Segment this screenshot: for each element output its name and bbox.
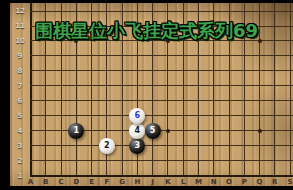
col-label-F: F — [100, 178, 114, 186]
col-label-M: M — [191, 178, 205, 186]
row-label-8: 8 — [12, 67, 28, 75]
stone-black-3: 3 — [129, 138, 145, 154]
star-point-Q4 — [258, 129, 262, 133]
video-frame: 121110987654321ABCDEFGHJKLMNOPQRS123456 … — [0, 0, 293, 190]
star-point-K4 — [166, 129, 170, 133]
row-label-9: 9 — [12, 52, 28, 60]
stone-black-5: 5 — [145, 123, 161, 139]
grid-hline-5 — [30, 115, 293, 116]
row-label-2: 2 — [12, 157, 28, 165]
col-label-Q: Q — [253, 178, 267, 186]
col-label-N: N — [207, 178, 221, 186]
col-label-H: H — [130, 178, 144, 186]
stone-white-2: 2 — [99, 138, 115, 154]
col-label-O: O — [222, 178, 236, 186]
col-label-R: R — [268, 178, 282, 186]
row-label-7: 7 — [12, 82, 28, 90]
col-label-B: B — [39, 178, 53, 186]
row-label-6: 6 — [12, 97, 28, 105]
grid-hline-2 — [30, 160, 293, 161]
col-label-G: G — [115, 178, 129, 186]
col-label-L: L — [176, 178, 190, 186]
row-label-3: 3 — [12, 142, 28, 150]
col-label-P: P — [237, 178, 251, 186]
col-label-S: S — [283, 178, 293, 186]
row-label-5: 5 — [12, 112, 28, 120]
col-label-J: J — [146, 178, 160, 186]
grid-hline-6 — [30, 100, 293, 101]
col-label-D: D — [69, 178, 83, 186]
video-title-overlay: 围棋星位小飞挂定式系列69 — [0, 19, 293, 43]
grid-hline-3 — [30, 145, 293, 146]
col-label-E: E — [85, 178, 99, 186]
grid-hline-12 — [30, 11, 293, 12]
grid-hline-1 — [30, 175, 293, 177]
stone-white-4: 4 — [129, 123, 145, 139]
row-label-4: 4 — [12, 127, 28, 135]
col-label-K: K — [161, 178, 175, 186]
stone-black-1: 1 — [68, 123, 84, 139]
grid-hline-7 — [30, 85, 293, 86]
col-label-A: A — [24, 178, 38, 186]
stone-white-6: 6 — [129, 108, 145, 124]
grid-hline-9 — [30, 55, 293, 56]
grid-hline-8 — [30, 70, 293, 71]
row-label-12: 12 — [12, 7, 28, 15]
col-label-C: C — [54, 178, 68, 186]
